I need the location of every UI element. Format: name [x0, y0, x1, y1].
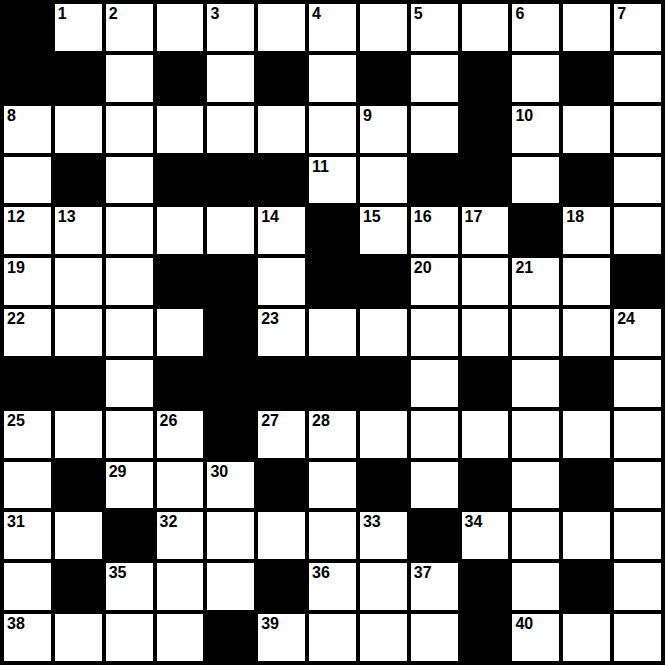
black-cell-r11-c11 — [563, 563, 610, 610]
cell-r7-c2[interactable] — [106, 360, 153, 407]
black-cell-r3-c5 — [258, 157, 305, 204]
black-cell-r5-c3 — [157, 258, 204, 305]
cell-r8-c3[interactable]: 26 — [157, 411, 204, 458]
cell-r9-c8[interactable] — [411, 462, 458, 509]
cell-r6-c2[interactable] — [106, 309, 153, 356]
clue-number: 16 — [414, 209, 432, 225]
cell-r12-c1[interactable] — [55, 614, 102, 661]
cell-r7-c12[interactable] — [614, 360, 661, 407]
cell-r6-c6[interactable] — [309, 309, 356, 356]
cell-r5-c0[interactable]: 19 — [4, 258, 51, 305]
cell-r3-c6[interactable]: 11 — [309, 157, 356, 204]
clue-number: 31 — [7, 514, 25, 530]
cell-r4-c2[interactable] — [106, 207, 153, 254]
cell-r11-c2[interactable]: 35 — [106, 563, 153, 610]
cell-r8-c11[interactable] — [563, 411, 610, 458]
black-cell-r3-c3 — [157, 157, 204, 204]
black-cell-r5-c7 — [360, 258, 407, 305]
black-cell-r7-c3 — [157, 360, 204, 407]
black-cell-r4-c6 — [309, 207, 356, 254]
black-cell-r1-c0 — [4, 55, 51, 102]
clue-number: 11 — [312, 159, 329, 175]
cell-r10-c3[interactable]: 32 — [157, 512, 204, 559]
cell-r11-c4[interactable] — [207, 563, 254, 610]
clue-number: 1 — [58, 6, 67, 22]
black-cell-r9-c9 — [462, 462, 509, 509]
cell-r9-c4[interactable]: 30 — [207, 462, 254, 509]
black-cell-r10-c2 — [106, 512, 153, 559]
cell-r0-c8[interactable]: 5 — [411, 4, 458, 51]
cell-r0-c2[interactable]: 2 — [106, 4, 153, 51]
cell-r1-c6[interactable] — [309, 55, 356, 102]
clue-number: 39 — [261, 616, 279, 632]
black-cell-r3-c1 — [55, 157, 102, 204]
cell-r12-c0[interactable]: 38 — [4, 614, 51, 661]
clue-number: 22 — [7, 311, 25, 327]
cell-r8-c7[interactable] — [360, 411, 407, 458]
cell-r2-c3[interactable] — [157, 106, 204, 153]
cell-r0-c1[interactable]: 1 — [55, 4, 102, 51]
clue-number: 36 — [312, 565, 330, 581]
cell-r11-c7[interactable] — [360, 563, 407, 610]
cell-r10-c1[interactable] — [55, 512, 102, 559]
cell-r6-c7[interactable] — [360, 309, 407, 356]
cell-r8-c0[interactable]: 25 — [4, 411, 51, 458]
cell-r6-c3[interactable] — [157, 309, 204, 356]
black-cell-r11-c9 — [462, 563, 509, 610]
black-cell-r11-c1 — [55, 563, 102, 610]
clue-number: 19 — [7, 260, 25, 276]
cell-r9-c12[interactable] — [614, 462, 661, 509]
clue-number: 27 — [261, 413, 279, 429]
black-cell-r3-c8 — [411, 157, 458, 204]
clue-number: 3 — [210, 6, 219, 22]
clue-number: 34 — [465, 514, 483, 530]
cell-r6-c1[interactable] — [55, 309, 102, 356]
clue-number: 15 — [363, 209, 381, 225]
cell-r2-c1[interactable] — [55, 106, 102, 153]
clue-number: 10 — [515, 108, 533, 124]
cell-r1-c12[interactable] — [614, 55, 661, 102]
cell-r12-c6[interactable] — [309, 614, 356, 661]
cell-r8-c2[interactable] — [106, 411, 153, 458]
black-cell-r1-c11 — [563, 55, 610, 102]
cell-r2-c0[interactable]: 8 — [4, 106, 51, 153]
black-cell-r4-c10 — [512, 207, 559, 254]
cell-r5-c8[interactable]: 20 — [411, 258, 458, 305]
cell-r1-c8[interactable] — [411, 55, 458, 102]
cell-r0-c4[interactable]: 3 — [207, 4, 254, 51]
cell-r10-c4[interactable] — [207, 512, 254, 559]
clue-number: 21 — [515, 260, 533, 276]
cell-r12-c8[interactable] — [411, 614, 458, 661]
cell-r9-c10[interactable] — [512, 462, 559, 509]
cell-r11-c3[interactable] — [157, 563, 204, 610]
cell-r12-c7[interactable] — [360, 614, 407, 661]
cell-r2-c5[interactable] — [258, 106, 305, 153]
cell-r9-c6[interactable] — [309, 462, 356, 509]
black-cell-r7-c6 — [309, 360, 356, 407]
clue-number: 24 — [617, 311, 635, 327]
clue-number: 2 — [109, 6, 118, 22]
black-cell-r1-c3 — [157, 55, 204, 102]
clue-number: 38 — [7, 616, 25, 632]
black-cell-r7-c5 — [258, 360, 305, 407]
clue-number: 37 — [414, 565, 432, 581]
cell-r10-c7[interactable]: 33 — [360, 512, 407, 559]
black-cell-r9-c11 — [563, 462, 610, 509]
cell-r4-c5[interactable]: 14 — [258, 207, 305, 254]
cell-r11-c10[interactable] — [512, 563, 559, 610]
black-cell-r5-c4 — [207, 258, 254, 305]
cell-r6-c12[interactable]: 24 — [614, 309, 661, 356]
cell-r10-c9[interactable]: 34 — [462, 512, 509, 559]
cell-r2-c6[interactable] — [309, 106, 356, 153]
cell-r4-c11[interactable]: 18 — [563, 207, 610, 254]
cell-r11-c6[interactable]: 36 — [309, 563, 356, 610]
black-cell-r1-c7 — [360, 55, 407, 102]
cell-r5-c2[interactable] — [106, 258, 153, 305]
cell-r10-c0[interactable]: 31 — [4, 512, 51, 559]
clue-number: 20 — [414, 260, 432, 276]
clue-number: 25 — [7, 413, 25, 429]
cell-r2-c11[interactable] — [563, 106, 610, 153]
cell-r4-c4[interactable] — [207, 207, 254, 254]
clue-number: 8 — [7, 108, 16, 124]
cell-r8-c10[interactable] — [512, 411, 559, 458]
cell-r4-c1[interactable]: 13 — [55, 207, 102, 254]
cell-r12-c12[interactable] — [614, 614, 661, 661]
clue-number: 23 — [261, 311, 279, 327]
cell-r2-c4[interactable] — [207, 106, 254, 153]
black-cell-r5-c12 — [614, 258, 661, 305]
cell-r0-c9[interactable] — [462, 4, 509, 51]
cell-r4-c9[interactable]: 17 — [462, 207, 509, 254]
clue-number: 26 — [160, 413, 178, 429]
black-cell-r7-c7 — [360, 360, 407, 407]
cell-r3-c10[interactable] — [512, 157, 559, 204]
clue-number: 29 — [109, 464, 127, 480]
cell-r1-c2[interactable] — [106, 55, 153, 102]
cell-r3-c12[interactable] — [614, 157, 661, 204]
black-cell-r1-c5 — [258, 55, 305, 102]
cell-r0-c11[interactable] — [563, 4, 610, 51]
black-cell-r3-c11 — [563, 157, 610, 204]
clue-number: 18 — [566, 209, 584, 225]
cell-r12-c3[interactable] — [157, 614, 204, 661]
cell-r12-c2[interactable] — [106, 614, 153, 661]
cell-r3-c7[interactable] — [360, 157, 407, 204]
cell-r0-c5[interactable] — [258, 4, 305, 51]
cell-r8-c5[interactable]: 27 — [258, 411, 305, 458]
cell-r0-c6[interactable]: 4 — [309, 4, 356, 51]
cell-r0-c7[interactable] — [360, 4, 407, 51]
cell-r11-c12[interactable] — [614, 563, 661, 610]
cell-r9-c0[interactable] — [4, 462, 51, 509]
cell-r2-c2[interactable] — [106, 106, 153, 153]
crossword-grid: 1234567891011121314151617181920212223242… — [0, 0, 665, 665]
cell-r6-c9[interactable] — [462, 309, 509, 356]
clue-number: 30 — [210, 464, 228, 480]
cell-r4-c12[interactable] — [614, 207, 661, 254]
black-cell-r7-c0 — [4, 360, 51, 407]
black-cell-r7-c4 — [207, 360, 254, 407]
cell-r4-c0[interactable]: 12 — [4, 207, 51, 254]
cell-r10-c11[interactable] — [563, 512, 610, 559]
clue-number: 32 — [160, 514, 178, 530]
cell-r4-c8[interactable]: 16 — [411, 207, 458, 254]
black-cell-r9-c7 — [360, 462, 407, 509]
black-cell-r11-c5 — [258, 563, 305, 610]
black-cell-r12-c4 — [207, 614, 254, 661]
black-cell-r1-c9 — [462, 55, 509, 102]
cell-r10-c6[interactable] — [309, 512, 356, 559]
cell-r7-c8[interactable] — [411, 360, 458, 407]
cell-r10-c10[interactable] — [512, 512, 559, 559]
clue-number: 12 — [7, 209, 25, 225]
cell-r5-c1[interactable] — [55, 258, 102, 305]
black-cell-r9-c5 — [258, 462, 305, 509]
cell-r12-c5[interactable]: 39 — [258, 614, 305, 661]
cell-r2-c8[interactable] — [411, 106, 458, 153]
clue-number: 35 — [109, 565, 127, 581]
black-cell-r2-c9 — [462, 106, 509, 153]
black-cell-r3-c4 — [207, 157, 254, 204]
black-cell-r6-c4 — [207, 309, 254, 356]
black-cell-r1-c1 — [55, 55, 102, 102]
black-cell-r7-c11 — [563, 360, 610, 407]
cell-r9-c3[interactable] — [157, 462, 204, 509]
clue-number: 14 — [261, 209, 279, 225]
cell-r2-c7[interactable]: 9 — [360, 106, 407, 153]
black-cell-r0-c0 — [4, 4, 51, 51]
cell-r4-c7[interactable]: 15 — [360, 207, 407, 254]
cell-r6-c0[interactable]: 22 — [4, 309, 51, 356]
clue-number: 7 — [617, 6, 626, 22]
clue-number: 5 — [414, 6, 423, 22]
black-cell-r10-c8 — [411, 512, 458, 559]
cell-r3-c0[interactable] — [4, 157, 51, 204]
clue-number: 33 — [363, 514, 381, 530]
cell-r8-c9[interactable] — [462, 411, 509, 458]
cell-r11-c0[interactable] — [4, 563, 51, 610]
black-cell-r7-c9 — [462, 360, 509, 407]
cell-r4-c3[interactable] — [157, 207, 204, 254]
cell-r12-c11[interactable] — [563, 614, 610, 661]
black-cell-r3-c9 — [462, 157, 509, 204]
cell-r8-c12[interactable] — [614, 411, 661, 458]
cell-r6-c10[interactable] — [512, 309, 559, 356]
cell-r12-c10[interactable]: 40 — [512, 614, 559, 661]
cell-r1-c4[interactable] — [207, 55, 254, 102]
cell-r6-c8[interactable] — [411, 309, 458, 356]
black-cell-r7-c1 — [55, 360, 102, 407]
cell-r10-c5[interactable] — [258, 512, 305, 559]
clue-number: 17 — [465, 209, 483, 225]
cell-r1-c10[interactable] — [512, 55, 559, 102]
cell-r8-c8[interactable] — [411, 411, 458, 458]
cell-r11-c8[interactable]: 37 — [411, 563, 458, 610]
cell-r9-c2[interactable]: 29 — [106, 462, 153, 509]
cell-r3-c2[interactable] — [106, 157, 153, 204]
cell-r6-c11[interactable] — [563, 309, 610, 356]
clue-number: 13 — [58, 209, 76, 225]
clue-number: 9 — [363, 108, 372, 124]
cell-r5-c5[interactable] — [258, 258, 305, 305]
cell-r0-c10[interactable]: 6 — [512, 4, 559, 51]
cell-r8-c6[interactable]: 28 — [309, 411, 356, 458]
cell-r6-c5[interactable]: 23 — [258, 309, 305, 356]
black-cell-r12-c9 — [462, 614, 509, 661]
cell-r0-c3[interactable] — [157, 4, 204, 51]
cell-r7-c10[interactable] — [512, 360, 559, 407]
black-cell-r9-c1 — [55, 462, 102, 509]
clue-number: 6 — [515, 6, 524, 22]
clue-number: 4 — [312, 6, 321, 22]
black-cell-r5-c6 — [309, 258, 356, 305]
cell-r5-c10[interactable]: 21 — [512, 258, 559, 305]
cell-r0-c12[interactable]: 7 — [614, 4, 661, 51]
cell-r5-c9[interactable] — [462, 258, 509, 305]
cell-r5-c11[interactable] — [563, 258, 610, 305]
cell-r2-c12[interactable] — [614, 106, 661, 153]
black-cell-r8-c4 — [207, 411, 254, 458]
cell-r2-c10[interactable]: 10 — [512, 106, 559, 153]
cell-r10-c12[interactable] — [614, 512, 661, 559]
clue-number: 28 — [312, 413, 330, 429]
clue-number: 40 — [515, 616, 533, 632]
cell-r8-c1[interactable] — [55, 411, 102, 458]
